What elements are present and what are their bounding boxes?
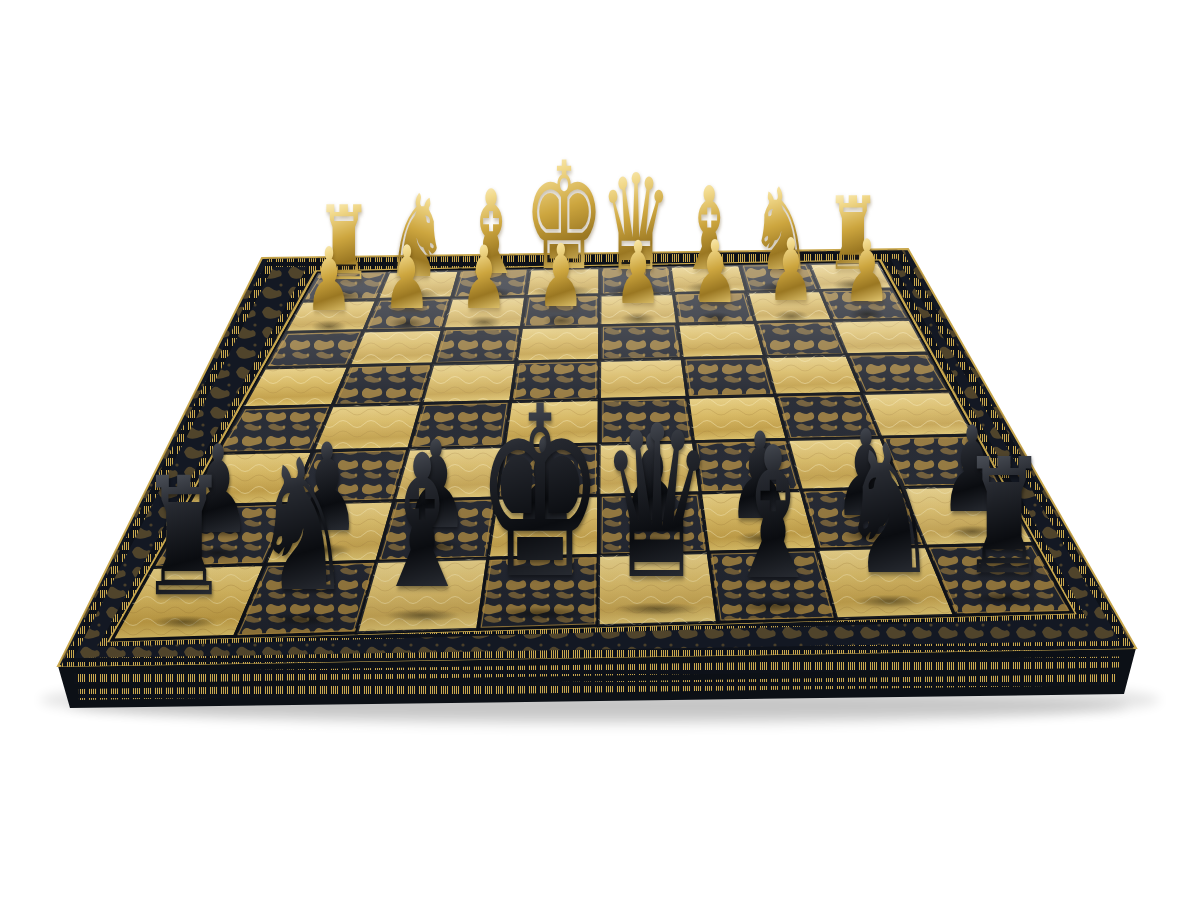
piece-black-bishop-f8[interactable]: ♝ <box>372 431 472 615</box>
piece-white-pawn-e2[interactable]: ♟ <box>538 233 585 320</box>
piece-white-pawn-c2[interactable]: ♟ <box>691 230 738 316</box>
scene: ♜♞♝♛♚♝♞♜♟♟♟♟♟♟♟♟♟♟♟♟♟♟♟♟♜♞♝♛♚♝♞♜ <box>0 0 1200 900</box>
piece-black-rook-h8[interactable]: ♜ <box>139 458 228 621</box>
piece-black-knight-g8[interactable]: ♞ <box>254 436 353 617</box>
piece-white-pawn-f2[interactable]: ♟ <box>460 234 507 321</box>
piece-black-king-e8[interactable]: ♚ <box>475 376 604 612</box>
piece-white-pawn-a2[interactable]: ♟ <box>844 227 891 313</box>
piece-white-pawn-g2[interactable]: ♟ <box>383 236 430 323</box>
piece-black-queen-d8[interactable]: ♛ <box>599 398 714 609</box>
piece-white-pawn-b2[interactable]: ♟ <box>768 229 815 315</box>
piece-black-rook-a8[interactable]: ♜ <box>961 438 1048 597</box>
piece-black-bishop-c8[interactable]: ♝ <box>724 422 823 604</box>
piece-white-pawn-d2[interactable]: ♟ <box>615 231 662 318</box>
piece-white-pawn-h2[interactable]: ♟ <box>305 237 353 325</box>
piece-black-knight-b8[interactable]: ♞ <box>840 423 937 601</box>
